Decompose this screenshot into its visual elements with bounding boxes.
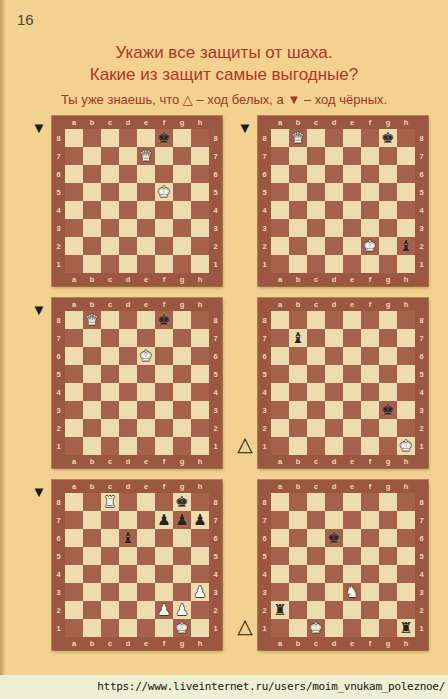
square-f5 bbox=[361, 183, 379, 201]
square-a7 bbox=[271, 511, 289, 529]
square-h5 bbox=[397, 183, 415, 201]
square-d4 bbox=[119, 201, 137, 219]
square-e5 bbox=[137, 547, 155, 565]
board-corner bbox=[258, 637, 271, 650]
square-c3 bbox=[307, 401, 325, 419]
file-label-e: e bbox=[137, 480, 155, 493]
square-f1 bbox=[155, 437, 173, 455]
square-e6 bbox=[343, 347, 361, 365]
square-a4 bbox=[65, 565, 83, 583]
square-h6 bbox=[191, 529, 209, 547]
file-label-b: b bbox=[83, 455, 101, 468]
square-c6 bbox=[101, 347, 119, 365]
square-a7 bbox=[271, 329, 289, 347]
square-h3: ♟ bbox=[191, 583, 209, 601]
rank-label-3: 3 bbox=[52, 401, 65, 419]
square-d7 bbox=[325, 329, 343, 347]
file-label-h: h bbox=[397, 455, 415, 468]
rank-label-7: 7 bbox=[258, 511, 271, 529]
file-label-g: g bbox=[379, 116, 397, 129]
square-e5 bbox=[343, 365, 361, 383]
white-king-h1: ♚ bbox=[399, 439, 412, 454]
square-a5 bbox=[65, 547, 83, 565]
chessboard-1: abcdefgh8♚87♛7665♚544332211abcdefgh bbox=[52, 116, 222, 286]
square-d3 bbox=[119, 401, 137, 419]
square-e3 bbox=[137, 583, 155, 601]
rank-label-7: 7 bbox=[52, 147, 65, 165]
square-f6 bbox=[155, 347, 173, 365]
board-corner bbox=[258, 480, 271, 493]
square-g1 bbox=[379, 619, 397, 637]
square-a6 bbox=[271, 529, 289, 547]
square-h1 bbox=[397, 255, 415, 273]
white-pawn-h3: ♟ bbox=[193, 585, 206, 600]
rank-label-4: 4 bbox=[209, 383, 222, 401]
square-g2 bbox=[379, 237, 397, 255]
square-f4 bbox=[155, 201, 173, 219]
chessboard-6: abcdefgh88776♚655443♞32♜21♚♜1abcdefgh bbox=[258, 480, 428, 650]
square-b5 bbox=[83, 547, 101, 565]
square-g5 bbox=[173, 183, 191, 201]
page-header: Укажи все защиты от шаха. Какие из защит… bbox=[0, 0, 448, 107]
rank-label-2: 2 bbox=[415, 237, 428, 255]
square-c7 bbox=[307, 329, 325, 347]
square-c4 bbox=[101, 383, 119, 401]
square-f5 bbox=[155, 547, 173, 565]
square-d1 bbox=[325, 619, 343, 637]
rank-label-2: 2 bbox=[209, 419, 222, 437]
rank-label-3: 3 bbox=[415, 401, 428, 419]
square-e1 bbox=[343, 619, 361, 637]
legend-text: Ты уже знаешь, что △ – ход белых, а ▼ – … bbox=[0, 92, 448, 107]
rank-label-8: 8 bbox=[52, 493, 65, 511]
rank-label-6: 6 bbox=[258, 529, 271, 547]
square-b5 bbox=[289, 183, 307, 201]
square-c6 bbox=[307, 347, 325, 365]
square-f1 bbox=[361, 255, 379, 273]
rank-label-7: 7 bbox=[415, 511, 428, 529]
square-c7 bbox=[101, 511, 119, 529]
footer-strip: https://www.liveinternet.ru/users/moim_v… bbox=[0, 675, 448, 699]
rank-label-1: 1 bbox=[415, 255, 428, 273]
file-label-g: g bbox=[173, 116, 191, 129]
square-f7 bbox=[155, 329, 173, 347]
square-b4 bbox=[83, 201, 101, 219]
square-a3 bbox=[271, 583, 289, 601]
square-e5 bbox=[137, 183, 155, 201]
square-e8 bbox=[137, 311, 155, 329]
square-c1 bbox=[307, 437, 325, 455]
square-c3 bbox=[101, 219, 119, 237]
file-label-b: b bbox=[83, 273, 101, 286]
square-b2 bbox=[289, 601, 307, 619]
square-f8: ♚ bbox=[155, 311, 173, 329]
white-rook-c8: ♜ bbox=[103, 495, 116, 510]
square-a5 bbox=[65, 183, 83, 201]
file-label-d: d bbox=[119, 116, 137, 129]
square-e2 bbox=[137, 237, 155, 255]
source-url-link[interactable]: https://www.liveinternet.ru/users/moim_v… bbox=[0, 675, 448, 699]
square-g8 bbox=[379, 311, 397, 329]
file-label-d: d bbox=[119, 480, 137, 493]
square-g6 bbox=[379, 529, 397, 547]
square-b7: ♝ bbox=[289, 329, 307, 347]
square-h2 bbox=[397, 419, 415, 437]
rank-label-6: 6 bbox=[52, 347, 65, 365]
square-f5: ♚ bbox=[155, 183, 173, 201]
file-label-b: b bbox=[83, 637, 101, 650]
square-b3 bbox=[83, 401, 101, 419]
black-to-move-icon: ▼ bbox=[232, 119, 258, 136]
rank-label-1: 1 bbox=[258, 437, 271, 455]
square-f8 bbox=[361, 311, 379, 329]
rank-label-4: 4 bbox=[209, 201, 222, 219]
square-d8 bbox=[325, 311, 343, 329]
square-a1 bbox=[271, 437, 289, 455]
square-d1 bbox=[119, 619, 137, 637]
square-f3 bbox=[361, 583, 379, 601]
square-e4 bbox=[137, 383, 155, 401]
board-corner bbox=[209, 480, 222, 493]
square-h8 bbox=[397, 493, 415, 511]
page-title-line-1: Укажи все защиты от шаха. bbox=[0, 42, 448, 64]
file-label-a: a bbox=[271, 273, 289, 286]
square-f5 bbox=[361, 547, 379, 565]
square-c1 bbox=[101, 437, 119, 455]
square-b6 bbox=[289, 529, 307, 547]
square-g8: ♚ bbox=[173, 493, 191, 511]
file-label-g: g bbox=[379, 455, 397, 468]
chessboard-3: abcdefgh8♛♚8776♚65544332211abcdefgh bbox=[52, 298, 222, 468]
square-g3 bbox=[173, 401, 191, 419]
square-e7 bbox=[343, 147, 361, 165]
square-f7 bbox=[155, 147, 173, 165]
rank-label-1: 1 bbox=[209, 619, 222, 637]
square-e1 bbox=[137, 255, 155, 273]
square-e8 bbox=[137, 129, 155, 147]
square-f3 bbox=[155, 219, 173, 237]
square-f4 bbox=[361, 201, 379, 219]
square-c4 bbox=[307, 201, 325, 219]
square-h4 bbox=[191, 383, 209, 401]
square-d2 bbox=[325, 419, 343, 437]
rank-label-6: 6 bbox=[415, 165, 428, 183]
square-d2 bbox=[119, 601, 137, 619]
square-c8 bbox=[101, 129, 119, 147]
square-h3 bbox=[397, 219, 415, 237]
rank-label-4: 4 bbox=[52, 565, 65, 583]
square-g5 bbox=[379, 183, 397, 201]
square-a6 bbox=[65, 529, 83, 547]
file-label-c: c bbox=[307, 637, 325, 650]
rank-label-1: 1 bbox=[258, 255, 271, 273]
rank-label-3: 3 bbox=[209, 219, 222, 237]
square-d4 bbox=[119, 383, 137, 401]
square-g5 bbox=[379, 365, 397, 383]
square-h6 bbox=[191, 165, 209, 183]
file-label-h: h bbox=[397, 116, 415, 129]
square-g4 bbox=[173, 565, 191, 583]
square-f2 bbox=[361, 601, 379, 619]
square-b5 bbox=[289, 365, 307, 383]
white-king-g1: ♚ bbox=[175, 621, 188, 636]
rank-label-7: 7 bbox=[209, 511, 222, 529]
square-d1 bbox=[325, 255, 343, 273]
black-bishop-b7: ♝ bbox=[291, 331, 304, 346]
board-corner bbox=[258, 273, 271, 286]
square-b1 bbox=[83, 255, 101, 273]
square-e4 bbox=[343, 383, 361, 401]
page-number: 16 bbox=[17, 11, 34, 28]
file-label-g: g bbox=[173, 273, 191, 286]
square-d6 bbox=[119, 347, 137, 365]
square-e7 bbox=[137, 329, 155, 347]
rank-label-8: 8 bbox=[258, 129, 271, 147]
square-d6: ♝ bbox=[119, 529, 137, 547]
square-g6 bbox=[173, 529, 191, 547]
square-e4 bbox=[137, 201, 155, 219]
file-label-a: a bbox=[65, 116, 83, 129]
file-label-g: g bbox=[379, 273, 397, 286]
square-a8 bbox=[271, 129, 289, 147]
square-g4 bbox=[379, 201, 397, 219]
board-corner bbox=[52, 480, 65, 493]
square-f3 bbox=[155, 583, 173, 601]
file-label-f: f bbox=[155, 480, 173, 493]
square-e8 bbox=[137, 493, 155, 511]
square-b8 bbox=[83, 493, 101, 511]
square-b4 bbox=[289, 201, 307, 219]
square-g7 bbox=[173, 147, 191, 165]
square-h2 bbox=[191, 419, 209, 437]
square-h1 bbox=[191, 619, 209, 637]
rank-label-4: 4 bbox=[415, 201, 428, 219]
file-label-c: c bbox=[101, 637, 119, 650]
square-c6 bbox=[307, 529, 325, 547]
square-c7 bbox=[101, 147, 119, 165]
square-f7: ♟ bbox=[155, 511, 173, 529]
square-f8 bbox=[361, 493, 379, 511]
rank-label-1: 1 bbox=[209, 437, 222, 455]
white-pawn-g2: ♟ bbox=[175, 603, 188, 618]
square-h4 bbox=[397, 383, 415, 401]
square-c3 bbox=[307, 583, 325, 601]
square-h6 bbox=[397, 347, 415, 365]
file-label-b: b bbox=[289, 455, 307, 468]
square-b8: ♛ bbox=[83, 311, 101, 329]
square-d3 bbox=[119, 583, 137, 601]
square-b3 bbox=[289, 401, 307, 419]
file-label-c: c bbox=[307, 273, 325, 286]
square-d3 bbox=[119, 219, 137, 237]
square-e6 bbox=[343, 529, 361, 547]
file-label-d: d bbox=[119, 273, 137, 286]
file-label-a: a bbox=[65, 480, 83, 493]
square-g2 bbox=[173, 419, 191, 437]
square-h7 bbox=[397, 511, 415, 529]
rank-label-7: 7 bbox=[415, 147, 428, 165]
rank-label-8: 8 bbox=[209, 129, 222, 147]
square-h7: ♟ bbox=[191, 511, 209, 529]
rank-label-1: 1 bbox=[209, 255, 222, 273]
file-label-d: d bbox=[119, 637, 137, 650]
square-b7 bbox=[83, 329, 101, 347]
square-g8 bbox=[379, 493, 397, 511]
square-c2 bbox=[101, 237, 119, 255]
square-a8 bbox=[65, 493, 83, 511]
square-h4 bbox=[191, 201, 209, 219]
square-c5 bbox=[101, 365, 119, 383]
square-f5 bbox=[155, 365, 173, 383]
square-a5 bbox=[65, 365, 83, 383]
square-d7 bbox=[119, 147, 137, 165]
square-d6 bbox=[325, 347, 343, 365]
file-label-e: e bbox=[343, 273, 361, 286]
square-a7 bbox=[65, 147, 83, 165]
square-f7 bbox=[361, 147, 379, 165]
square-c2 bbox=[307, 237, 325, 255]
square-d5 bbox=[325, 365, 343, 383]
file-label-g: g bbox=[379, 637, 397, 650]
file-label-f: f bbox=[361, 116, 379, 129]
square-a1 bbox=[65, 619, 83, 637]
square-h7 bbox=[191, 147, 209, 165]
file-label-d: d bbox=[325, 455, 343, 468]
rank-label-7: 7 bbox=[52, 329, 65, 347]
square-b1 bbox=[83, 619, 101, 637]
black-king-g8: ♚ bbox=[175, 495, 188, 510]
square-c8: ♜ bbox=[101, 493, 119, 511]
rank-label-7: 7 bbox=[415, 329, 428, 347]
square-a2 bbox=[271, 237, 289, 255]
square-e3 bbox=[343, 219, 361, 237]
rank-label-2: 2 bbox=[258, 601, 271, 619]
file-label-g: g bbox=[173, 298, 191, 311]
rank-label-3: 3 bbox=[258, 583, 271, 601]
square-g2 bbox=[379, 601, 397, 619]
rank-label-7: 7 bbox=[52, 511, 65, 529]
black-king-f8: ♚ bbox=[157, 313, 170, 328]
square-d5 bbox=[119, 183, 137, 201]
square-e4 bbox=[343, 201, 361, 219]
square-f4 bbox=[155, 565, 173, 583]
rank-label-2: 2 bbox=[52, 419, 65, 437]
square-f4 bbox=[361, 383, 379, 401]
square-b1 bbox=[289, 255, 307, 273]
square-b6 bbox=[83, 165, 101, 183]
square-c4 bbox=[307, 565, 325, 583]
square-a7 bbox=[65, 511, 83, 529]
square-h7 bbox=[191, 329, 209, 347]
file-label-f: f bbox=[361, 480, 379, 493]
square-b6 bbox=[83, 347, 101, 365]
rank-label-3: 3 bbox=[258, 219, 271, 237]
file-label-h: h bbox=[191, 455, 209, 468]
square-g4 bbox=[173, 201, 191, 219]
square-h5 bbox=[191, 365, 209, 383]
board-unit-1: ▼abcdefgh8♚87♛7665♚544332211abcdefgh bbox=[26, 116, 222, 286]
square-b2 bbox=[289, 419, 307, 437]
square-b2 bbox=[83, 419, 101, 437]
file-label-e: e bbox=[343, 480, 361, 493]
square-b4 bbox=[83, 565, 101, 583]
square-h1 bbox=[191, 255, 209, 273]
square-e1 bbox=[343, 437, 361, 455]
square-f7 bbox=[361, 329, 379, 347]
square-b4 bbox=[289, 565, 307, 583]
square-c4 bbox=[101, 565, 119, 583]
board-corner bbox=[209, 273, 222, 286]
square-a2 bbox=[65, 601, 83, 619]
black-rook-a2: ♜ bbox=[273, 603, 286, 618]
square-b7 bbox=[289, 147, 307, 165]
file-label-b: b bbox=[289, 637, 307, 650]
square-f2: ♟ bbox=[155, 601, 173, 619]
square-g3 bbox=[173, 583, 191, 601]
file-label-h: h bbox=[191, 273, 209, 286]
rank-label-6: 6 bbox=[52, 165, 65, 183]
file-label-h: h bbox=[397, 298, 415, 311]
file-label-b: b bbox=[83, 480, 101, 493]
square-b8: ♛ bbox=[289, 129, 307, 147]
file-label-b: b bbox=[289, 116, 307, 129]
square-b6 bbox=[289, 347, 307, 365]
square-d6 bbox=[325, 165, 343, 183]
board-corner bbox=[415, 273, 428, 286]
square-h8 bbox=[397, 129, 415, 147]
square-g3: ♚ bbox=[379, 401, 397, 419]
chessboard-4: abcdefgh887♝76655443♚3221♚1abcdefgh bbox=[258, 298, 428, 468]
rank-label-2: 2 bbox=[258, 237, 271, 255]
square-h2 bbox=[191, 601, 209, 619]
rank-label-8: 8 bbox=[415, 129, 428, 147]
square-h2 bbox=[397, 601, 415, 619]
file-label-d: d bbox=[325, 116, 343, 129]
file-label-h: h bbox=[191, 637, 209, 650]
square-d7 bbox=[119, 511, 137, 529]
square-b5 bbox=[83, 365, 101, 383]
board-corner bbox=[258, 116, 271, 129]
board-corner bbox=[52, 273, 65, 286]
square-d3 bbox=[325, 219, 343, 237]
square-a3 bbox=[65, 219, 83, 237]
black-to-move-icon: ▼ bbox=[26, 483, 52, 500]
file-label-g: g bbox=[173, 637, 191, 650]
square-f6 bbox=[361, 529, 379, 547]
square-b4 bbox=[289, 383, 307, 401]
white-to-move-icon: △ bbox=[232, 614, 258, 638]
square-b6 bbox=[83, 529, 101, 547]
file-label-a: a bbox=[65, 298, 83, 311]
square-d1 bbox=[119, 255, 137, 273]
board-corner bbox=[209, 637, 222, 650]
file-label-d: d bbox=[325, 480, 343, 493]
file-label-h: h bbox=[397, 480, 415, 493]
square-f4 bbox=[361, 565, 379, 583]
file-label-d: d bbox=[119, 455, 137, 468]
rank-label-5: 5 bbox=[209, 183, 222, 201]
file-label-h: h bbox=[397, 273, 415, 286]
white-queen-b8: ♛ bbox=[291, 131, 304, 146]
file-label-h: h bbox=[397, 637, 415, 650]
file-label-g: g bbox=[379, 480, 397, 493]
rank-label-3: 3 bbox=[415, 583, 428, 601]
square-g3 bbox=[379, 219, 397, 237]
square-d7 bbox=[119, 329, 137, 347]
square-c6 bbox=[101, 529, 119, 547]
square-d5 bbox=[325, 183, 343, 201]
file-label-d: d bbox=[325, 273, 343, 286]
